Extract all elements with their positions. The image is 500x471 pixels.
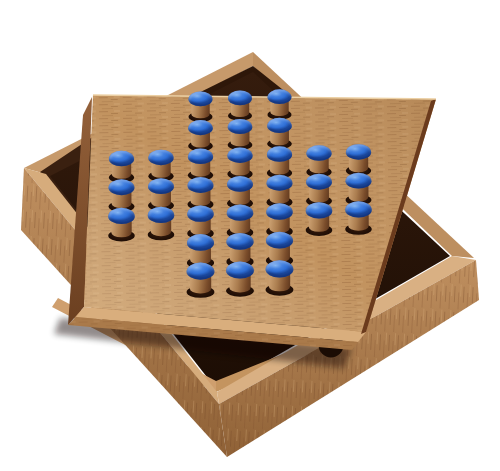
peg-cap-blue [187,234,214,251]
peg-cap-blue [306,145,331,161]
board-void-r0-c1 [141,103,181,133]
peg-cap-blue [189,92,213,107]
board-void-r6-c1 [141,278,181,308]
peg-cap-blue [187,206,214,222]
peg-cap-blue [148,150,173,166]
peg-cap-blue [346,144,371,160]
peg-cap-blue [346,173,372,189]
hole-r4-c5[interactable] [299,216,339,246]
peg-cap-blue [148,207,175,223]
hole-r4-c0[interactable] [102,221,142,251]
hole-r4-c1[interactable] [141,220,181,250]
peg-cap-blue [109,151,134,167]
peg-cap-blue [226,233,253,250]
board-void-r5-c0 [102,250,142,280]
peg-cap-blue [266,203,293,219]
peg-cap-blue [226,261,254,278]
peg-cap-blue [187,263,215,280]
peg-cap-blue [266,232,293,249]
board-void-r0-c5 [299,99,339,129]
board-void-r0-c0 [102,104,142,134]
peg-cap-blue [228,90,252,105]
peg-cap-blue [267,146,292,162]
peg-cap-blue [188,120,213,135]
peg-cap-blue [188,177,214,193]
peg-cap-blue [306,202,333,218]
peg-cap-blue [267,175,293,191]
peg-cap-blue [188,149,213,165]
hole-r6-c4[interactable] [260,275,300,305]
peg-cap-blue [267,118,292,133]
hole-r6-c3[interactable] [220,276,260,306]
hole-r4-c6[interactable] [339,215,379,245]
board-void-r6-c6 [339,273,379,303]
peg-cap-blue [148,178,174,194]
board-void-r5-c1 [141,249,181,279]
peg-cap-blue [306,174,332,190]
peg-cap-blue [108,208,135,224]
product-photo-peg-solitaire [0,0,500,471]
peg-grid [102,98,379,310]
peg-cap-blue [266,260,294,277]
peg-cap-blue [109,179,135,195]
board-void-r6-c5 [299,274,339,304]
peg-cap-blue [345,201,372,217]
board-void-r0-c6 [339,98,379,128]
peg-cap-blue [227,176,253,192]
board-void-r5-c5 [299,245,339,275]
board-void-r6-c0 [102,280,142,310]
peg-cap-blue [227,204,254,220]
peg-cap-blue [227,147,252,163]
board-void-r5-c6 [339,244,379,274]
peg-cap-blue [228,119,253,134]
peg-cap-blue [268,89,292,104]
hole-r6-c2[interactable] [181,277,221,307]
